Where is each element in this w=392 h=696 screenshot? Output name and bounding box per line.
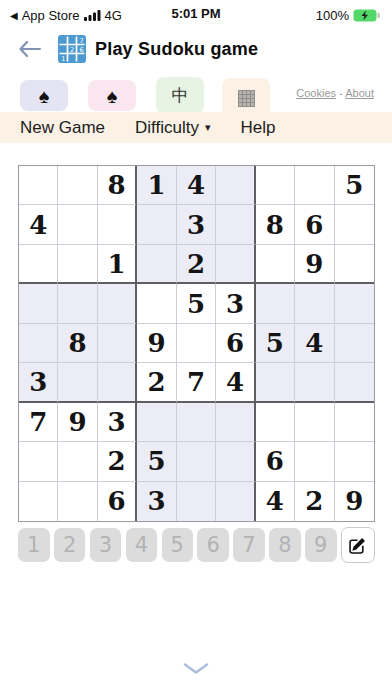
back-arrow-icon bbox=[18, 40, 42, 58]
tab-mahjong[interactable]: 中 bbox=[156, 77, 204, 114]
cell-r4c1[interactable] bbox=[19, 284, 58, 323]
cell-r7c2[interactable]: 9 bbox=[58, 403, 97, 442]
cell-r8c1[interactable] bbox=[19, 442, 58, 481]
cell-r3c6[interactable] bbox=[216, 245, 255, 284]
cell-r4c3[interactable] bbox=[98, 284, 137, 323]
cell-r3c7[interactable] bbox=[256, 245, 295, 284]
cell-r1c5[interactable]: 4 bbox=[177, 166, 216, 205]
cell-r5c3[interactable] bbox=[98, 324, 137, 363]
cell-r5c6[interactable]: 6 bbox=[216, 324, 255, 363]
cell-r9c1[interactable] bbox=[19, 482, 58, 521]
cell-r5c8[interactable]: 4 bbox=[295, 324, 334, 363]
cell-r4c5[interactable]: 5 bbox=[177, 284, 216, 323]
cell-r8c3[interactable]: 2 bbox=[98, 442, 137, 481]
cell-r2c7[interactable]: 8 bbox=[256, 205, 295, 244]
number-button-6[interactable]: 6 bbox=[197, 528, 229, 562]
cell-r7c9[interactable] bbox=[335, 403, 374, 442]
cell-r4c8[interactable] bbox=[295, 284, 334, 323]
cell-r7c3[interactable]: 3 bbox=[98, 403, 137, 442]
tab-spades-pink[interactable]: ♠ bbox=[88, 80, 136, 111]
spade-icon: ♠ bbox=[39, 86, 50, 106]
number-button-3[interactable]: 3 bbox=[90, 528, 122, 562]
chevron-down-icon: ▾ bbox=[205, 121, 211, 134]
tab-spades-purple[interactable]: ♠ bbox=[20, 80, 68, 111]
cell-r3c3[interactable]: 1 bbox=[98, 245, 137, 284]
cell-r7c6[interactable] bbox=[216, 403, 255, 442]
cell-r6c8[interactable] bbox=[295, 363, 334, 402]
cell-r2c2[interactable] bbox=[58, 205, 97, 244]
sudoku-grid-icon bbox=[238, 90, 255, 107]
cell-r5c7[interactable]: 5 bbox=[256, 324, 295, 363]
cell-r1c6[interactable] bbox=[216, 166, 255, 205]
cell-r8c7[interactable]: 6 bbox=[256, 442, 295, 481]
cell-r8c5[interactable] bbox=[177, 442, 216, 481]
new-game-button[interactable]: New Game bbox=[20, 118, 105, 138]
cell-r6c1[interactable]: 3 bbox=[19, 363, 58, 402]
cell-r6c9[interactable] bbox=[335, 363, 374, 402]
cell-r7c8[interactable] bbox=[295, 403, 334, 442]
number-button-8[interactable]: 8 bbox=[269, 528, 301, 562]
cell-r8c6[interactable] bbox=[216, 442, 255, 481]
cell-r2c6[interactable] bbox=[216, 205, 255, 244]
cell-r3c4[interactable] bbox=[137, 245, 176, 284]
chevron-down-icon bbox=[182, 662, 210, 676]
cell-r7c7[interactable] bbox=[256, 403, 295, 442]
cell-r6c6[interactable]: 4 bbox=[216, 363, 255, 402]
cell-r6c7[interactable] bbox=[256, 363, 295, 402]
cell-r2c9[interactable] bbox=[335, 205, 374, 244]
cell-r4c7[interactable] bbox=[256, 284, 295, 323]
number-button-7[interactable]: 7 bbox=[233, 528, 265, 562]
difficulty-label: Difficulty bbox=[135, 118, 199, 138]
cell-r1c8[interactable] bbox=[295, 166, 334, 205]
pencil-icon bbox=[349, 537, 366, 554]
cell-r9c4[interactable]: 3 bbox=[137, 482, 176, 521]
cell-r1c7[interactable] bbox=[256, 166, 295, 205]
cell-r3c1[interactable] bbox=[19, 245, 58, 284]
cell-r6c3[interactable] bbox=[98, 363, 137, 402]
screen: ◀ App Store 4G 5:01 PM 100% bbox=[0, 0, 392, 696]
cell-r3c8[interactable]: 9 bbox=[295, 245, 334, 284]
battery-status: 100% bbox=[316, 8, 380, 23]
menu-bar: New Game Difficulty ▾ Help bbox=[0, 112, 392, 143]
battery-percent-label: 100% bbox=[316, 8, 349, 23]
cell-r9c9[interactable]: 9 bbox=[335, 482, 374, 521]
number-button-1[interactable]: 1 bbox=[18, 528, 50, 562]
cell-r4c4[interactable] bbox=[137, 284, 176, 323]
cell-r1c4[interactable]: 1 bbox=[137, 166, 176, 205]
cell-r9c2[interactable] bbox=[58, 482, 97, 521]
help-label: Help bbox=[241, 118, 276, 138]
cell-r9c6[interactable] bbox=[216, 482, 255, 521]
footer-links: Cookies - About bbox=[296, 87, 374, 99]
cell-r9c5[interactable] bbox=[177, 482, 216, 521]
number-button-5[interactable]: 5 bbox=[162, 528, 194, 562]
number-button-4[interactable]: 4 bbox=[126, 528, 158, 562]
link-separator: - bbox=[339, 87, 343, 99]
difficulty-dropdown[interactable]: Difficulty ▾ bbox=[135, 118, 210, 138]
status-bar: ◀ App Store 4G 5:01 PM 100% bbox=[0, 0, 392, 26]
new-game-label: New Game bbox=[20, 118, 105, 138]
number-button-2[interactable]: 2 bbox=[54, 528, 86, 562]
sudoku-app-icon: 7 2 6 1 bbox=[58, 35, 86, 63]
cell-r5c1[interactable] bbox=[19, 324, 58, 363]
scroll-down-button[interactable] bbox=[182, 662, 210, 679]
status-back-to-app[interactable]: ◀ App Store 4G bbox=[10, 8, 122, 23]
about-link[interactable]: About bbox=[345, 87, 374, 99]
header: 7 2 6 1 Play Sudoku game bbox=[0, 30, 392, 68]
cell-r3c2[interactable] bbox=[58, 245, 97, 284]
svg-text:7: 7 bbox=[80, 37, 84, 45]
cell-r8c4[interactable]: 5 bbox=[137, 442, 176, 481]
cell-r9c7[interactable]: 4 bbox=[256, 482, 295, 521]
cell-r5c4[interactable]: 9 bbox=[137, 324, 176, 363]
cell-r2c3[interactable] bbox=[98, 205, 137, 244]
cell-r4c9[interactable] bbox=[335, 284, 374, 323]
back-to-app-icon: ◀ bbox=[10, 10, 18, 21]
cell-r6c5[interactable]: 7 bbox=[177, 363, 216, 402]
number-buttons: 123456789 bbox=[18, 527, 375, 563]
cell-r2c5[interactable]: 3 bbox=[177, 205, 216, 244]
number-button-9[interactable]: 9 bbox=[305, 528, 337, 562]
cell-r1c3[interactable]: 8 bbox=[98, 166, 137, 205]
cell-r2c4[interactable] bbox=[137, 205, 176, 244]
signal-strength-icon bbox=[84, 10, 101, 21]
cell-r5c2[interactable]: 8 bbox=[58, 324, 97, 363]
cell-r9c3[interactable]: 6 bbox=[98, 482, 137, 521]
battery-charging-icon bbox=[353, 9, 380, 22]
clock: 5:01 PM bbox=[171, 6, 220, 21]
cell-r7c4[interactable] bbox=[137, 403, 176, 442]
svg-text:6: 6 bbox=[80, 46, 84, 54]
zhong-character-icon: 中 bbox=[172, 87, 189, 104]
cell-r3c9[interactable] bbox=[335, 245, 374, 284]
cell-r5c9[interactable] bbox=[335, 324, 374, 363]
cell-r2c8[interactable]: 6 bbox=[295, 205, 334, 244]
cell-r4c6[interactable]: 3 bbox=[216, 284, 255, 323]
cell-r8c2[interactable] bbox=[58, 442, 97, 481]
cell-r4c2[interactable] bbox=[58, 284, 97, 323]
back-button[interactable] bbox=[18, 39, 44, 59]
cell-r1c9[interactable]: 5 bbox=[335, 166, 374, 205]
cookies-link[interactable]: Cookies bbox=[296, 87, 336, 99]
cell-r7c1[interactable]: 7 bbox=[19, 403, 58, 442]
sudoku-board: 814543861295389654327479325663429 bbox=[18, 165, 375, 522]
cell-r8c8[interactable] bbox=[295, 442, 334, 481]
help-button[interactable]: Help bbox=[241, 118, 276, 138]
pencil-button[interactable] bbox=[341, 527, 375, 563]
cell-r2c1[interactable]: 4 bbox=[19, 205, 58, 244]
cell-r1c2[interactable] bbox=[58, 166, 97, 205]
svg-text:1: 1 bbox=[61, 55, 65, 63]
cell-r6c4[interactable]: 2 bbox=[137, 363, 176, 402]
page-title: Play Sudoku game bbox=[95, 39, 258, 60]
cell-r8c9[interactable] bbox=[335, 442, 374, 481]
back-to-app-label: App Store bbox=[22, 8, 80, 23]
network-type-label: 4G bbox=[105, 8, 122, 23]
spade-icon: ♠ bbox=[107, 86, 118, 106]
cell-r7c5[interactable] bbox=[177, 403, 216, 442]
cell-r1c1[interactable] bbox=[19, 166, 58, 205]
svg-text:2: 2 bbox=[70, 46, 74, 54]
cell-r5c5[interactable] bbox=[177, 324, 216, 363]
cell-r6c2[interactable] bbox=[58, 363, 97, 402]
cell-r3c5[interactable]: 2 bbox=[177, 245, 216, 284]
cell-r9c8[interactable]: 2 bbox=[295, 482, 334, 521]
